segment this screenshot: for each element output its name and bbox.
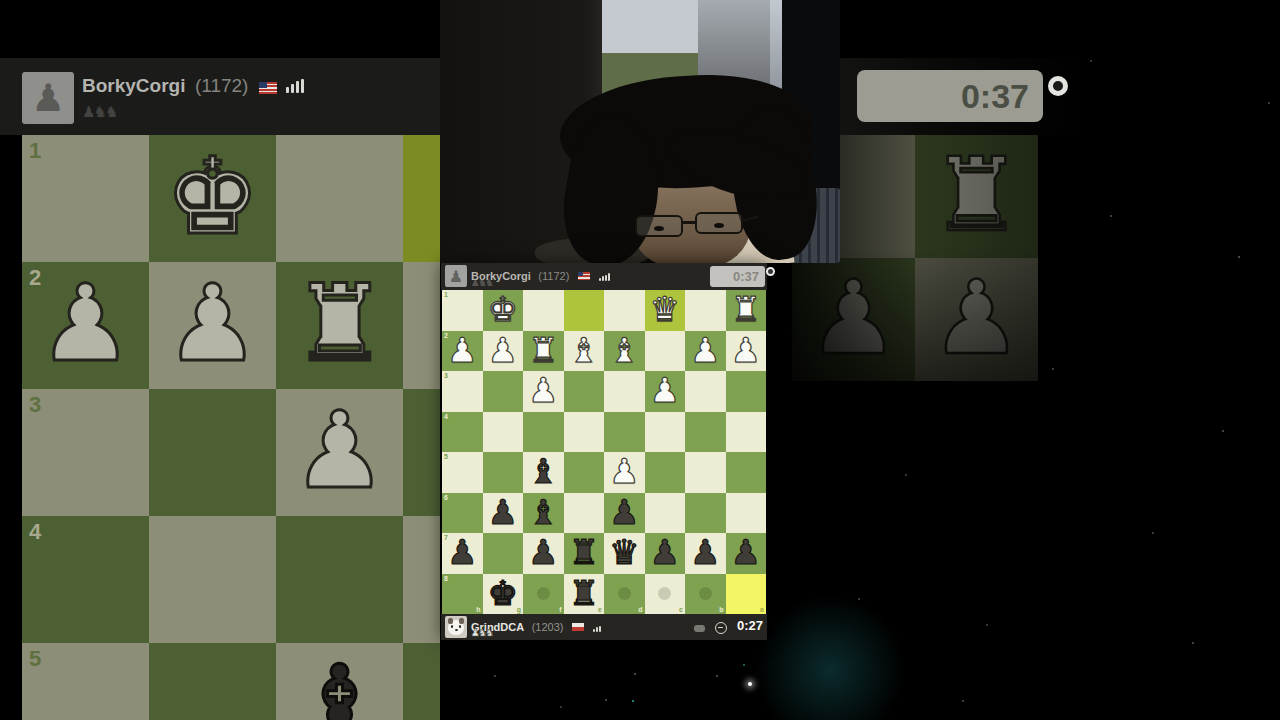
- piece-wP-h2: ♟: [38, 270, 133, 376]
- piece-wB-d2[interactable]: ♝: [609, 333, 639, 367]
- file-label-h: h: [476, 606, 480, 613]
- piece-bB-f5: ♝: [292, 651, 387, 720]
- piece-bB-f6[interactable]: ♝: [528, 495, 558, 529]
- square-e7[interactable]: ♜: [564, 533, 605, 574]
- pawn-silhouette-icon: ♟: [31, 72, 65, 124]
- square-f1[interactable]: [523, 290, 564, 331]
- doorway-white-wall: [602, 0, 698, 53]
- square-a6[interactable]: [726, 493, 767, 534]
- piece-wR-f2: ♜: [292, 270, 387, 376]
- rank-label-5: 5: [444, 453, 448, 460]
- background-board-left: 1♚♟2♟♜3♟45♝: [0, 135, 440, 720]
- file-label-c: c: [679, 606, 683, 613]
- dog-avatar-art: [448, 620, 464, 635]
- opponent-rating: (1172): [538, 270, 569, 282]
- file-label-b: b: [719, 606, 723, 613]
- square-f4: [276, 516, 403, 643]
- chess-board[interactable]: 1♚♛♜♟2♟♜♝♝♟♟3♟♟45♝♟6♟♝♟♟7♟♜♛♟♟♟8h♚gf♜edc…: [442, 290, 766, 614]
- square-e4: [403, 516, 440, 643]
- square-c8[interactable]: c: [645, 574, 686, 615]
- square-g6[interactable]: ♟: [483, 493, 524, 534]
- square-g5[interactable]: [483, 452, 524, 493]
- square-e3: [403, 389, 440, 516]
- rank-label-6: 6: [444, 494, 448, 501]
- square-g4[interactable]: [483, 412, 524, 453]
- player-name: BorkyCorgi: [82, 75, 185, 96]
- square-h3[interactable]: 3: [442, 371, 483, 412]
- piece-wP-g2: ♟: [165, 270, 260, 376]
- piece-bP-f7[interactable]: ♟: [528, 536, 558, 570]
- rank-label-2: 2: [444, 332, 448, 339]
- piece-bK-g8[interactable]: ♚: [488, 576, 518, 610]
- square-b7[interactable]: ♟: [685, 533, 726, 574]
- square-f2[interactable]: ♜: [523, 331, 564, 372]
- square-d5[interactable]: ♟: [604, 452, 645, 493]
- file-label-a: a: [760, 606, 764, 613]
- piece-bP-g6[interactable]: ♟: [488, 495, 518, 529]
- piece-wP-a2[interactable]: ♟: [731, 333, 761, 367]
- square-f8[interactable]: f: [523, 574, 564, 615]
- square-a1[interactable]: ♜: [726, 290, 767, 331]
- signal-bars-icon: [599, 267, 611, 285]
- captured-pieces: ♟♞♞: [82, 103, 116, 121]
- player-clock: 0:27: [703, 618, 763, 633]
- rank-label-1: 1: [444, 291, 448, 298]
- square-b4[interactable]: [685, 412, 726, 453]
- rank-label-4: 4: [29, 519, 41, 545]
- square-f1: [276, 135, 403, 262]
- square-d6[interactable]: ♟: [604, 493, 645, 534]
- square-a8[interactable]: a: [726, 574, 767, 615]
- square-g4: [149, 516, 276, 643]
- player-rating: (1203): [532, 621, 564, 633]
- piece-bP-a7[interactable]: ♟: [731, 536, 761, 570]
- square-b5[interactable]: [685, 452, 726, 493]
- captured-pieces: ♟♞♞: [471, 277, 492, 288]
- square-h7[interactable]: ♟7: [442, 533, 483, 574]
- square-b3[interactable]: [685, 371, 726, 412]
- eye: [714, 223, 724, 228]
- square-f5: ♝: [276, 643, 403, 720]
- move-hint-dot: [658, 587, 671, 600]
- square-c4[interactable]: [645, 412, 686, 453]
- webcam-feed: [440, 0, 840, 263]
- square-e5[interactable]: [564, 452, 605, 493]
- square-g1[interactable]: ♚: [483, 290, 524, 331]
- square-f3: ♟: [276, 389, 403, 516]
- bright-star: [748, 682, 752, 686]
- square-g1: ♚: [149, 135, 276, 262]
- square-h3: 3: [22, 389, 149, 516]
- square-h6[interactable]: 6: [442, 493, 483, 534]
- square-c1[interactable]: ♛: [645, 290, 686, 331]
- square-f6[interactable]: ♝: [523, 493, 564, 534]
- piece-bQ-d7[interactable]: ♛: [609, 536, 639, 570]
- piece-wP-b2[interactable]: ♟: [690, 333, 720, 367]
- rank-label-1: 1: [29, 138, 41, 164]
- piece-wP-h2[interactable]: ♟: [447, 333, 477, 367]
- square-b1[interactable]: [685, 290, 726, 331]
- square-b8[interactable]: b: [685, 574, 726, 615]
- square-d3[interactable]: [604, 371, 645, 412]
- square-b6[interactable]: [685, 493, 726, 534]
- square-a2[interactable]: ♟: [726, 331, 767, 372]
- square-g8[interactable]: ♚g: [483, 574, 524, 615]
- poland-flag-icon: [572, 623, 584, 631]
- piece-wP-f3[interactable]: ♟: [528, 374, 558, 408]
- move-hint-dot: [537, 587, 550, 600]
- square-f2: ♜: [276, 262, 403, 389]
- square-h5: 5: [22, 643, 149, 720]
- square-a4[interactable]: [726, 412, 767, 453]
- rank-label-3: 3: [29, 392, 41, 418]
- opponent-clock: 0:37: [710, 266, 765, 287]
- glasses: [635, 212, 751, 240]
- square-g2[interactable]: ♟: [483, 331, 524, 372]
- us-flag-icon: [578, 272, 590, 280]
- square-c5[interactable]: [645, 452, 686, 493]
- square-a7[interactable]: ♟: [726, 533, 767, 574]
- square-c2[interactable]: [645, 331, 686, 372]
- square-h1[interactable]: 1: [442, 290, 483, 331]
- file-label-g: g: [517, 606, 521, 613]
- player-bar: GrindDCA (1203) ♟♞♞ 0:27: [441, 614, 767, 640]
- square-d4[interactable]: [604, 412, 645, 453]
- square-b2[interactable]: ♟: [685, 331, 726, 372]
- square-a3[interactable]: [726, 371, 767, 412]
- square-d1[interactable]: [604, 290, 645, 331]
- square-e1: [403, 135, 440, 262]
- gear-dot-icon[interactable]: [766, 267, 775, 276]
- starfield: [0, 0, 2, 2]
- file-label-e: e: [598, 606, 602, 613]
- square-d2[interactable]: ♝: [604, 331, 645, 372]
- opponent-name-row: BorkyCorgi (1172): [471, 266, 611, 285]
- signal-bars-icon: [286, 79, 306, 97]
- gear-dot-icon: [1048, 76, 1068, 96]
- piece-wP-d5[interactable]: ♟: [609, 455, 639, 489]
- piece-wP-f3: ♟: [292, 397, 387, 503]
- captured-pieces: ♟♞♞: [471, 627, 492, 638]
- rank-label-2: 2: [29, 265, 41, 291]
- square-d8[interactable]: d: [604, 574, 645, 615]
- square-h1: 1: [22, 135, 149, 262]
- square-c6[interactable]: [645, 493, 686, 534]
- square-h2: ♟2: [22, 262, 149, 389]
- piece-wK-g1: ♚: [165, 143, 260, 249]
- player-avatar[interactable]: [445, 616, 467, 638]
- background-board-grid: 1♚♟2♟♜3♟45♝: [22, 135, 440, 720]
- file-label-f: f: [559, 606, 561, 613]
- rank-label-3: 3: [444, 372, 448, 379]
- teal-nebula: [755, 595, 905, 720]
- us-flag-icon: [259, 82, 277, 94]
- piece-wR-a1[interactable]: ♜: [731, 293, 761, 327]
- player-name-row: BorkyCorgi (1172): [82, 75, 306, 99]
- square-h5[interactable]: 5: [442, 452, 483, 493]
- eye: [654, 226, 664, 231]
- rank-label-8: 8: [444, 575, 448, 582]
- glasses-bridge: [682, 221, 696, 224]
- piece-wP-g2[interactable]: ♟: [488, 333, 518, 367]
- piece-wR-f2[interactable]: ♜: [528, 333, 558, 367]
- square-h4[interactable]: 4: [442, 412, 483, 453]
- square-e5: [403, 643, 440, 720]
- square-h4: 4: [22, 516, 149, 643]
- square-g7[interactable]: [483, 533, 524, 574]
- piece-wB-e2[interactable]: ♝: [569, 333, 599, 367]
- avatar: ♟: [22, 72, 74, 124]
- move-hint-dot: [699, 587, 712, 600]
- square-g3: [149, 389, 276, 516]
- piece-wP-c3[interactable]: ♟: [650, 374, 680, 408]
- piece-bB-f5[interactable]: ♝: [528, 455, 558, 489]
- piece-bP-c7[interactable]: ♟: [650, 536, 680, 570]
- chess-game-panel: ♟ BorkyCorgi (1172) ♟♞♞ 0:37 1♚♛♜♟2♟♜♝♝♟…: [441, 263, 767, 640]
- square-e1[interactable]: [564, 290, 605, 331]
- square-e6[interactable]: [564, 493, 605, 534]
- piece-wK-g1[interactable]: ♚: [488, 293, 518, 327]
- rank-label-4: 4: [444, 413, 448, 420]
- square-g5: [149, 643, 276, 720]
- opponent-avatar[interactable]: ♟: [445, 265, 467, 287]
- square-h8[interactable]: 8h: [442, 574, 483, 615]
- square-f4[interactable]: [523, 412, 564, 453]
- rank-label-5: 5: [29, 646, 41, 672]
- square-e2[interactable]: ♝: [564, 331, 605, 372]
- player-rating: (1172): [195, 75, 249, 96]
- opponent-player-bar: ♟ BorkyCorgi (1172) ♟♞♞ 0:37: [441, 263, 767, 290]
- square-f3[interactable]: ♟: [523, 371, 564, 412]
- square-e2: [403, 262, 440, 389]
- square-f5[interactable]: ♝: [523, 452, 564, 493]
- square-g2: ♟: [149, 262, 276, 389]
- pawn-silhouette-icon: ♟: [449, 267, 463, 286]
- square-g3[interactable]: [483, 371, 524, 412]
- piece-bR-e7[interactable]: ♜: [569, 536, 599, 570]
- file-label-d: d: [638, 606, 642, 613]
- glasses-lens: [635, 215, 683, 237]
- square-e4[interactable]: [564, 412, 605, 453]
- square-d7[interactable]: ♛: [604, 533, 645, 574]
- square-e8[interactable]: ♜e: [564, 574, 605, 615]
- square-h2[interactable]: ♟2: [442, 331, 483, 372]
- piece-bP-b7[interactable]: ♟: [690, 536, 720, 570]
- square-f7[interactable]: ♟: [523, 533, 564, 574]
- piece-bP-d6[interactable]: ♟: [609, 495, 639, 529]
- square-c7[interactable]: ♟: [645, 533, 686, 574]
- rank-label-7: 7: [444, 534, 448, 541]
- background-clock: 0:37: [857, 70, 1043, 122]
- piece-bR-e8[interactable]: ♜: [569, 576, 599, 610]
- piece-wQ-c1[interactable]: ♛: [650, 293, 680, 327]
- signal-bars-icon: [593, 618, 602, 636]
- square-a5[interactable]: [726, 452, 767, 493]
- piece-bP-h7[interactable]: ♟: [447, 536, 477, 570]
- square-c3[interactable]: ♟: [645, 371, 686, 412]
- move-hint-dot: [618, 587, 631, 600]
- square-e3[interactable]: [564, 371, 605, 412]
- glasses-lens: [695, 212, 743, 234]
